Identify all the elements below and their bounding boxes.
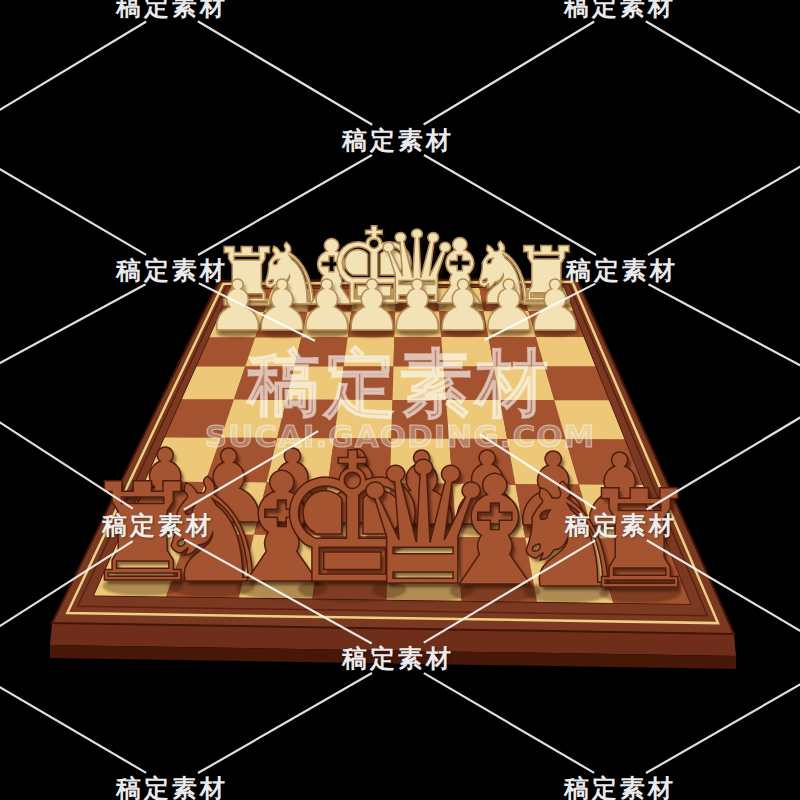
watermark-line bbox=[647, 540, 800, 658]
watermark-line bbox=[198, 21, 372, 124]
watermark-line bbox=[0, 390, 133, 509]
watermark-line bbox=[424, 155, 596, 255]
watermark-line bbox=[0, 140, 146, 255]
watermark-line bbox=[198, 155, 372, 255]
watermark-line bbox=[646, 21, 800, 140]
watermark-line bbox=[199, 283, 315, 340]
watermark-lines bbox=[0, 0, 800, 800]
watermark-line bbox=[184, 431, 318, 510]
watermark-line bbox=[0, 284, 146, 390]
watermark-line bbox=[0, 22, 146, 140]
watermark-line bbox=[0, 658, 146, 773]
watermark-line bbox=[646, 658, 800, 773]
watermark-line bbox=[648, 140, 800, 255]
watermark-line bbox=[648, 284, 800, 390]
watermark-line bbox=[0, 541, 133, 658]
watermark-line bbox=[424, 673, 594, 773]
watermark-line bbox=[485, 284, 596, 340]
watermark-line bbox=[647, 390, 800, 510]
watermark-line bbox=[184, 540, 372, 644]
watermark-line bbox=[480, 434, 596, 508]
watermark-line bbox=[198, 673, 372, 773]
watermark-line bbox=[424, 540, 595, 642]
watermark-line bbox=[424, 22, 595, 125]
chess-illustration: ♜♞♝♚♛♝♞♜♟♟♟♟♟♟♟♟♟♟♟♟♟♟♟♟♜♞♝♚♛♝♞♜ 稿定素材稿定素… bbox=[0, 0, 800, 800]
